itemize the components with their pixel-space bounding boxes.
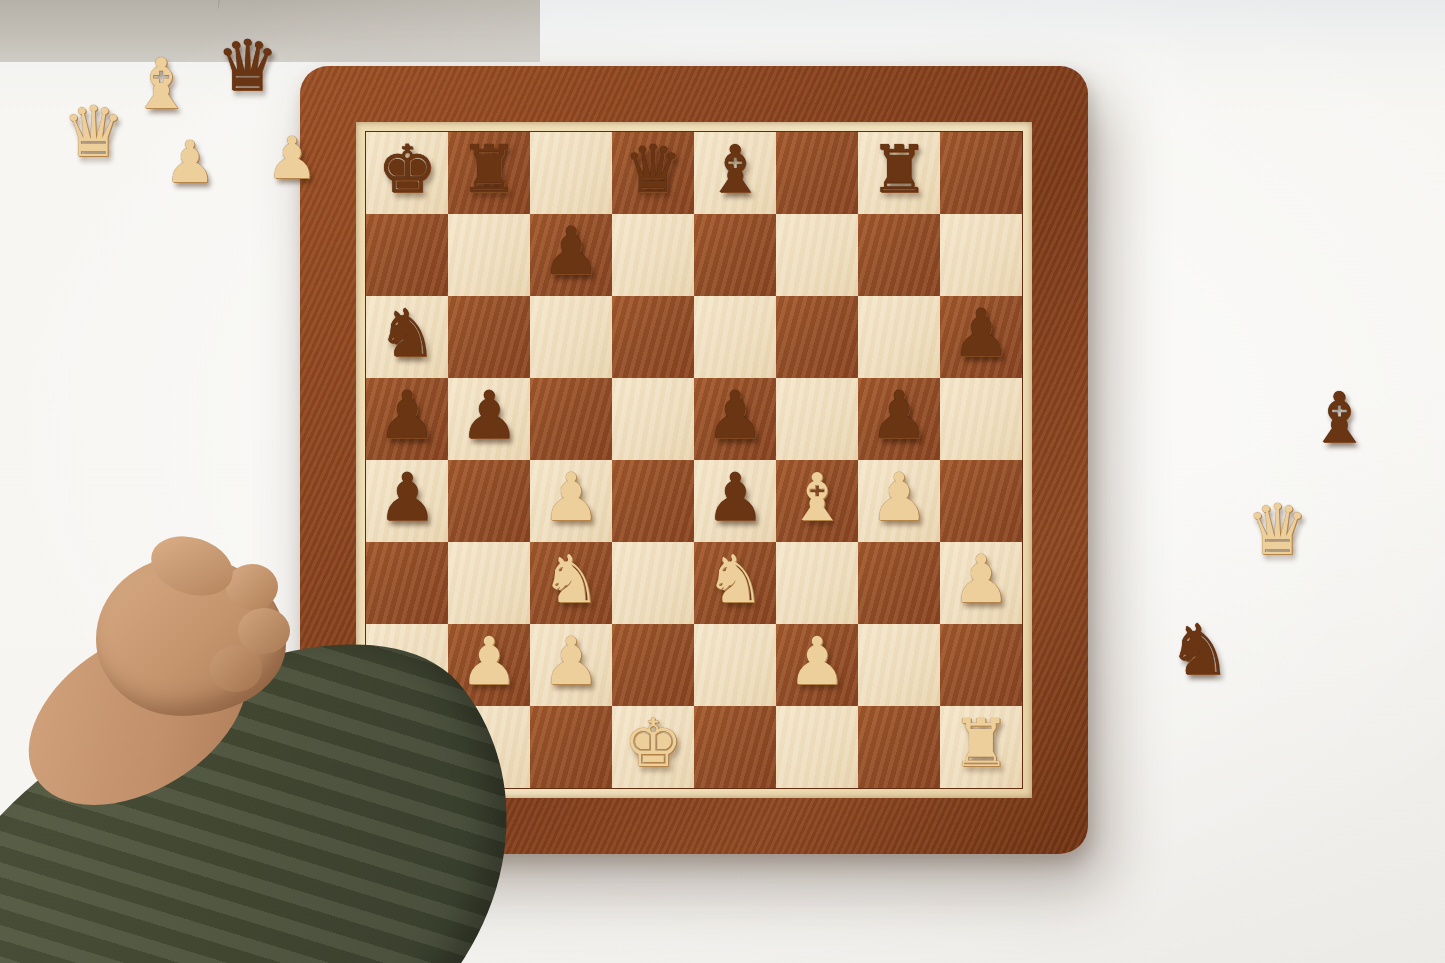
square-b4[interactable] bbox=[448, 460, 530, 542]
board-grid: ♚♜♛♝♜♟♞♟♟♟♟♟♟♟♟♝♟♞♞♟♟♟♟♜♚♜ bbox=[366, 132, 1022, 788]
square-b2[interactable]: ♟ bbox=[448, 624, 530, 706]
square-h6[interactable]: ♟ bbox=[940, 296, 1022, 378]
captured-white-pawn[interactable]: ♟ bbox=[266, 129, 318, 187]
square-c2[interactable]: ♟ bbox=[530, 624, 612, 706]
square-d5[interactable] bbox=[612, 378, 694, 460]
square-c6[interactable] bbox=[530, 296, 612, 378]
square-a3[interactable] bbox=[366, 542, 448, 624]
square-c7[interactable]: ♟ bbox=[530, 214, 612, 296]
square-f6[interactable] bbox=[776, 296, 858, 378]
square-a4[interactable]: ♟ bbox=[366, 460, 448, 542]
black-bishop[interactable]: ♝ bbox=[705, 137, 764, 203]
black-pawn[interactable]: ♟ bbox=[541, 219, 600, 285]
square-c1[interactable] bbox=[530, 706, 612, 788]
square-g2[interactable] bbox=[858, 624, 940, 706]
captured-black-queen[interactable]: ♛ bbox=[216, 31, 279, 101]
square-a2[interactable] bbox=[366, 624, 448, 706]
square-a8[interactable]: ♚ bbox=[366, 132, 448, 214]
white-pawn[interactable]: ♟ bbox=[541, 465, 600, 531]
square-c4[interactable]: ♟ bbox=[530, 460, 612, 542]
square-a7[interactable] bbox=[366, 214, 448, 296]
square-c5[interactable] bbox=[530, 378, 612, 460]
square-g6[interactable] bbox=[858, 296, 940, 378]
square-e6[interactable] bbox=[694, 296, 776, 378]
square-d1[interactable]: ♚ bbox=[612, 706, 694, 788]
square-g1[interactable] bbox=[858, 706, 940, 788]
black-pawn[interactable]: ♟ bbox=[951, 301, 1010, 367]
square-h3[interactable]: ♟ bbox=[940, 542, 1022, 624]
square-e5[interactable]: ♟ bbox=[694, 378, 776, 460]
square-b7[interactable] bbox=[448, 214, 530, 296]
square-e2[interactable] bbox=[694, 624, 776, 706]
black-pawn[interactable]: ♟ bbox=[459, 383, 518, 449]
square-g7[interactable] bbox=[858, 214, 940, 296]
black-king[interactable]: ♚ bbox=[377, 137, 436, 203]
black-rook[interactable]: ♜ bbox=[459, 137, 518, 203]
square-f1[interactable] bbox=[776, 706, 858, 788]
square-f3[interactable] bbox=[776, 542, 858, 624]
white-pawn[interactable]: ♟ bbox=[787, 629, 846, 695]
square-d8[interactable]: ♛ bbox=[612, 132, 694, 214]
square-b8[interactable]: ♜ bbox=[448, 132, 530, 214]
white-knight[interactable]: ♞ bbox=[541, 547, 600, 613]
square-f5[interactable] bbox=[776, 378, 858, 460]
scene: ♚♜♛♝♜♟♞♟♟♟♟♟♟♟♟♝♟♞♞♟♟♟♟♜♚♜ ♛♝♟♛♟ ♝♛♞ bbox=[0, 0, 1445, 963]
square-g5[interactable]: ♟ bbox=[858, 378, 940, 460]
square-e1[interactable] bbox=[694, 706, 776, 788]
captured-tray-left: ♛♝♟♛♟ bbox=[28, 40, 308, 260]
black-pawn[interactable]: ♟ bbox=[377, 383, 436, 449]
captured-white-bishop[interactable]: ♝ bbox=[130, 49, 193, 119]
square-h1[interactable]: ♜ bbox=[940, 706, 1022, 788]
square-h8[interactable] bbox=[940, 132, 1022, 214]
white-pawn[interactable]: ♟ bbox=[541, 629, 600, 695]
square-h4[interactable] bbox=[940, 460, 1022, 542]
square-c8[interactable] bbox=[530, 132, 612, 214]
square-g4[interactable]: ♟ bbox=[858, 460, 940, 542]
white-king[interactable]: ♚ bbox=[623, 711, 682, 777]
square-e7[interactable] bbox=[694, 214, 776, 296]
square-f2[interactable]: ♟ bbox=[776, 624, 858, 706]
captured-white-queen[interactable]: ♛ bbox=[1246, 495, 1309, 565]
square-b1[interactable] bbox=[448, 706, 530, 788]
black-rook[interactable]: ♜ bbox=[869, 137, 928, 203]
square-d4[interactable] bbox=[612, 460, 694, 542]
square-g8[interactable]: ♜ bbox=[858, 132, 940, 214]
square-a5[interactable]: ♟ bbox=[366, 378, 448, 460]
square-a1[interactable]: ♜ bbox=[366, 706, 448, 788]
square-e3[interactable]: ♞ bbox=[694, 542, 776, 624]
black-pawn[interactable]: ♟ bbox=[377, 465, 436, 531]
white-rook[interactable]: ♜ bbox=[951, 711, 1010, 777]
captured-tray-right: ♝♛♞ bbox=[1150, 380, 1430, 720]
white-pawn[interactable]: ♟ bbox=[459, 629, 518, 695]
black-pawn[interactable]: ♟ bbox=[705, 383, 764, 449]
square-f8[interactable] bbox=[776, 132, 858, 214]
square-b6[interactable] bbox=[448, 296, 530, 378]
white-pawn[interactable]: ♟ bbox=[951, 547, 1010, 613]
black-knight[interactable]: ♞ bbox=[377, 301, 436, 367]
square-d3[interactable] bbox=[612, 542, 694, 624]
white-bishop[interactable]: ♝ bbox=[787, 465, 846, 531]
square-d2[interactable] bbox=[612, 624, 694, 706]
square-d6[interactable] bbox=[612, 296, 694, 378]
square-g3[interactable] bbox=[858, 542, 940, 624]
square-f4[interactable]: ♝ bbox=[776, 460, 858, 542]
captured-white-queen[interactable]: ♛ bbox=[62, 97, 125, 167]
square-d7[interactable] bbox=[612, 214, 694, 296]
white-pawn[interactable]: ♟ bbox=[869, 465, 928, 531]
black-pawn[interactable]: ♟ bbox=[705, 465, 764, 531]
chess-board: ♚♜♛♝♜♟♞♟♟♟♟♟♟♟♟♝♟♞♞♟♟♟♟♜♚♜ bbox=[300, 66, 1088, 854]
white-rook[interactable]: ♜ bbox=[377, 711, 436, 777]
square-h2[interactable] bbox=[940, 624, 1022, 706]
square-b3[interactable] bbox=[448, 542, 530, 624]
captured-black-knight[interactable]: ♞ bbox=[1168, 615, 1231, 685]
board-maple-frame: ♚♜♛♝♜♟♞♟♟♟♟♟♟♟♟♝♟♞♞♟♟♟♟♜♚♜ bbox=[356, 122, 1032, 798]
square-e8[interactable]: ♝ bbox=[694, 132, 776, 214]
black-pawn[interactable]: ♟ bbox=[869, 383, 928, 449]
captured-white-pawn[interactable]: ♟ bbox=[164, 133, 216, 191]
square-a6[interactable]: ♞ bbox=[366, 296, 448, 378]
white-knight[interactable]: ♞ bbox=[705, 547, 764, 613]
square-c3[interactable]: ♞ bbox=[530, 542, 612, 624]
black-queen[interactable]: ♛ bbox=[623, 137, 682, 203]
square-e4[interactable]: ♟ bbox=[694, 460, 776, 542]
square-h5[interactable] bbox=[940, 378, 1022, 460]
square-f7[interactable] bbox=[776, 214, 858, 296]
captured-black-bishop[interactable]: ♝ bbox=[1308, 383, 1371, 453]
square-h7[interactable] bbox=[940, 214, 1022, 296]
square-b5[interactable]: ♟ bbox=[448, 378, 530, 460]
